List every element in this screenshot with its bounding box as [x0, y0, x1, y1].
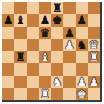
- square-c4[interactable]: [27, 51, 39, 63]
- white-rook-icon[interactable]: ♜: [89, 51, 99, 63]
- black-queen-icon[interactable]: ♛: [40, 26, 50, 38]
- square-c8[interactable]: [27, 2, 39, 14]
- square-c7[interactable]: [27, 14, 39, 26]
- black-pawn-icon[interactable]: ♟: [3, 14, 13, 26]
- square-d3[interactable]: [39, 63, 51, 75]
- square-b6[interactable]: [14, 27, 26, 39]
- square-c1[interactable]: [27, 88, 39, 100]
- square-g5[interactable]: ♞: [76, 39, 88, 51]
- square-b7[interactable]: ♝: [14, 14, 26, 26]
- white-king-icon[interactable]: ♚: [76, 87, 86, 99]
- square-g7[interactable]: ♟: [76, 14, 88, 26]
- white-knight-icon[interactable]: ♞: [52, 75, 62, 87]
- square-e2[interactable]: ♞: [51, 76, 63, 88]
- square-b2[interactable]: [14, 76, 26, 88]
- square-h7[interactable]: [88, 14, 100, 26]
- black-rook-icon[interactable]: ♜: [15, 51, 25, 63]
- square-a2[interactable]: [2, 76, 14, 88]
- square-f8[interactable]: [63, 2, 75, 14]
- white-rook-icon[interactable]: ♜: [40, 87, 50, 99]
- square-c2[interactable]: [27, 76, 39, 88]
- square-d1[interactable]: ♜: [39, 88, 51, 100]
- white-pawn-icon[interactable]: ♟: [64, 38, 74, 50]
- square-b3[interactable]: [14, 63, 26, 75]
- square-c6[interactable]: [27, 27, 39, 39]
- square-c3[interactable]: [27, 63, 39, 75]
- black-knight-icon[interactable]: ♞: [76, 38, 86, 50]
- square-e6[interactable]: [51, 27, 63, 39]
- square-e4[interactable]: [51, 51, 63, 63]
- square-a1[interactable]: [2, 88, 14, 100]
- chess-board-frame: ♜♟♝♟♚♟♛♟♟♞♛♜♝♜♞♟♟♜♚: [2, 2, 102, 102]
- white-bishop-icon[interactable]: ♝: [40, 51, 50, 63]
- square-e5[interactable]: [51, 39, 63, 51]
- square-a4[interactable]: [2, 51, 14, 63]
- square-a3[interactable]: [2, 63, 14, 75]
- square-h2[interactable]: ♟: [88, 76, 100, 88]
- black-king-icon[interactable]: ♚: [52, 14, 62, 26]
- square-f3[interactable]: [63, 63, 75, 75]
- square-e1[interactable]: [51, 88, 63, 100]
- square-h8[interactable]: [88, 2, 100, 14]
- square-f1[interactable]: [63, 88, 75, 100]
- square-a6[interactable]: [2, 27, 14, 39]
- square-d6[interactable]: ♛: [39, 27, 51, 39]
- square-d4[interactable]: ♝: [39, 51, 51, 63]
- square-h1[interactable]: [88, 88, 100, 100]
- chess-board[interactable]: ♜♟♝♟♚♟♛♟♟♞♛♜♝♜♞♟♟♜♚: [2, 2, 100, 100]
- square-b1[interactable]: [14, 88, 26, 100]
- square-f4[interactable]: [63, 51, 75, 63]
- square-h4[interactable]: ♜: [88, 51, 100, 63]
- square-b4[interactable]: ♜: [14, 51, 26, 63]
- black-pawn-icon[interactable]: ♟: [76, 14, 86, 26]
- black-bishop-icon[interactable]: ♝: [15, 14, 25, 26]
- square-g1[interactable]: ♚: [76, 88, 88, 100]
- square-e7[interactable]: ♚: [51, 14, 63, 26]
- square-f5[interactable]: ♟: [63, 39, 75, 51]
- square-c5[interactable]: [27, 39, 39, 51]
- square-a5[interactable]: [2, 39, 14, 51]
- square-a7[interactable]: ♟: [2, 14, 14, 26]
- square-g4[interactable]: [76, 51, 88, 63]
- square-f2[interactable]: [63, 76, 75, 88]
- white-pawn-icon[interactable]: ♟: [89, 75, 99, 87]
